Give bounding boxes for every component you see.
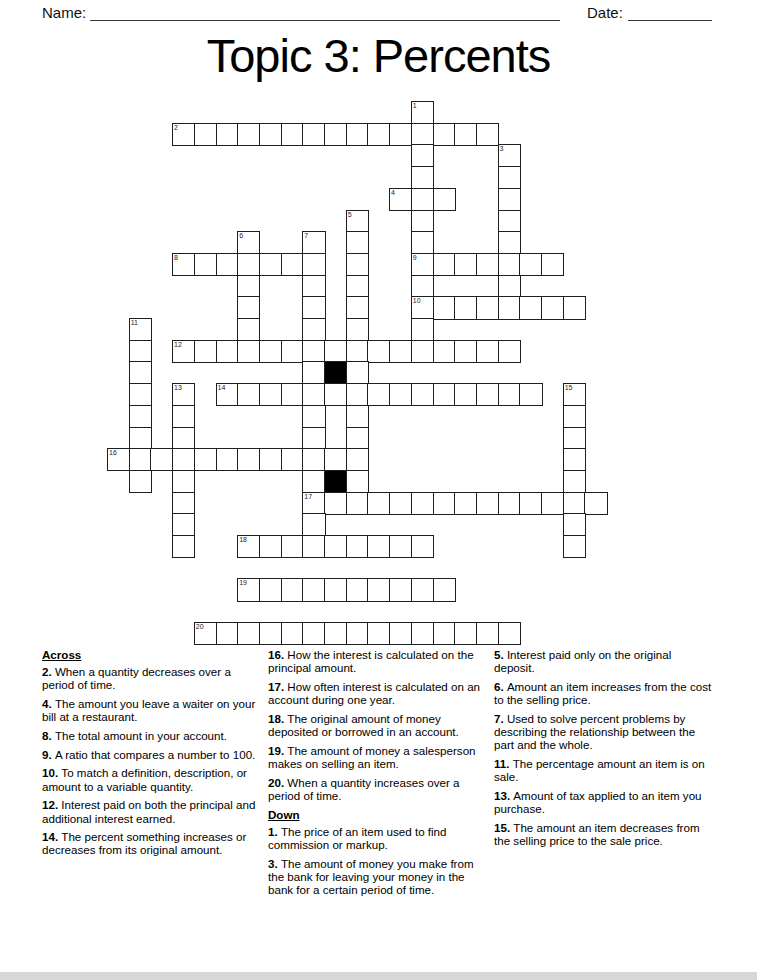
- white-cell[interactable]: [563, 535, 586, 558]
- white-cell[interactable]: [433, 492, 456, 515]
- white-cell[interactable]: [346, 578, 369, 601]
- clue-2: 2. When a quantity decreases over a peri…: [42, 665, 261, 691]
- white-cell[interactable]: [498, 622, 521, 645]
- white-cell[interactable]: [346, 448, 369, 471]
- white-cell[interactable]: [346, 231, 369, 254]
- white-cell[interactable]: [411, 144, 434, 167]
- clue-number: 3: [500, 145, 504, 153]
- white-cell[interactable]: [302, 427, 325, 450]
- white-cell[interactable]: [216, 448, 239, 471]
- white-cell[interactable]: [194, 123, 217, 146]
- clue-number: 2: [174, 124, 178, 132]
- white-cell[interactable]: 9: [411, 253, 434, 276]
- white-cell[interactable]: [454, 340, 477, 363]
- white-cell[interactable]: 12: [172, 340, 195, 363]
- white-cell[interactable]: [389, 123, 412, 146]
- clue-number: 14: [218, 384, 226, 392]
- white-cell[interactable]: [367, 535, 390, 558]
- white-cell[interactable]: [281, 123, 304, 146]
- white-cell[interactable]: [172, 405, 195, 428]
- clue-1: 1. The price of an item used to find com…: [268, 825, 487, 851]
- white-cell[interactable]: [129, 427, 152, 450]
- white-cell[interactable]: [302, 361, 325, 384]
- white-cell[interactable]: [150, 448, 173, 471]
- white-cell[interactable]: [454, 296, 477, 319]
- down-heading: Down: [268, 808, 487, 821]
- white-cell[interactable]: [541, 296, 564, 319]
- white-cell[interactable]: 7: [302, 231, 325, 254]
- white-cell[interactable]: [216, 340, 239, 363]
- clue-column-down: 5. Interest paid only on the original de…: [494, 648, 713, 853]
- white-cell[interactable]: [346, 318, 369, 341]
- clue-7: 7. Used to solve percent problems by des…: [494, 712, 713, 752]
- white-cell[interactable]: [563, 296, 586, 319]
- white-cell[interactable]: [281, 622, 304, 645]
- white-cell[interactable]: [498, 383, 521, 406]
- clue-20: 20. When a quantity increases over a per…: [268, 776, 487, 802]
- white-cell[interactable]: 2: [172, 123, 195, 146]
- white-cell[interactable]: [346, 383, 369, 406]
- white-cell[interactable]: [411, 231, 434, 254]
- clue-14: 14. The percent something increases or d…: [42, 830, 261, 856]
- white-cell[interactable]: [302, 513, 325, 536]
- white-cell[interactable]: [498, 275, 521, 298]
- white-cell[interactable]: [389, 340, 412, 363]
- white-cell[interactable]: [302, 296, 325, 319]
- white-cell[interactable]: [302, 405, 325, 428]
- white-cell[interactable]: [259, 253, 282, 276]
- crossword-grid: 1234567891011121314151617181920: [107, 101, 608, 646]
- clue-11: 11. The percentage amount an item is on …: [494, 757, 713, 783]
- white-cell[interactable]: 5: [346, 210, 369, 233]
- black-cell: [324, 470, 347, 493]
- clue-5: 5. Interest paid only on the original de…: [494, 648, 713, 674]
- white-cell[interactable]: [259, 383, 282, 406]
- name-label: Name:: [42, 4, 86, 21]
- white-cell[interactable]: [411, 275, 434, 298]
- white-cell[interactable]: [454, 123, 477, 146]
- white-cell[interactable]: [259, 340, 282, 363]
- white-cell[interactable]: 20: [194, 622, 217, 645]
- white-cell[interactable]: 6: [237, 231, 260, 254]
- white-cell[interactable]: [346, 253, 369, 276]
- white-cell[interactable]: [194, 340, 217, 363]
- white-cell[interactable]: 14: [216, 383, 239, 406]
- white-cell[interactable]: [237, 296, 260, 319]
- white-cell[interactable]: 16: [107, 448, 130, 471]
- white-cell[interactable]: [454, 383, 477, 406]
- white-cell[interactable]: [302, 622, 325, 645]
- white-cell[interactable]: [237, 253, 260, 276]
- white-cell[interactable]: [346, 361, 369, 384]
- white-cell[interactable]: [346, 275, 369, 298]
- white-cell[interactable]: [172, 470, 195, 493]
- white-cell[interactable]: [411, 535, 434, 558]
- white-cell[interactable]: [433, 340, 456, 363]
- white-cell[interactable]: 4: [389, 188, 412, 211]
- white-cell[interactable]: [411, 492, 434, 515]
- clue-13: 13. Amount of tax applied to an item you…: [494, 789, 713, 815]
- white-cell[interactable]: [302, 275, 325, 298]
- white-cell[interactable]: [389, 492, 412, 515]
- white-cell[interactable]: [476, 340, 499, 363]
- white-cell[interactable]: 17: [302, 492, 325, 515]
- white-cell[interactable]: [172, 448, 195, 471]
- white-cell[interactable]: [411, 578, 434, 601]
- white-cell[interactable]: [519, 383, 542, 406]
- white-cell[interactable]: [584, 492, 607, 515]
- clue-12: 12. Interest paid on both the principal …: [42, 798, 261, 824]
- clue-number: 19: [239, 579, 247, 587]
- clue-9: 9. A ratio that compares a number to 100…: [42, 748, 261, 761]
- white-cell[interactable]: [346, 492, 369, 515]
- white-cell[interactable]: [259, 448, 282, 471]
- white-cell[interactable]: [216, 123, 239, 146]
- white-cell[interactable]: [563, 492, 586, 515]
- clue-4: 4. The amount you leave a waiter on your…: [42, 697, 261, 723]
- clue-number: 13: [174, 384, 182, 392]
- clue-column-middle: 16. How the interest is calculated on th…: [268, 648, 487, 902]
- white-cell[interactable]: [367, 340, 390, 363]
- clue-number: 7: [304, 232, 308, 240]
- white-cell[interactable]: 19: [237, 578, 260, 601]
- clue-number: 6: [239, 232, 243, 240]
- white-cell[interactable]: [324, 492, 347, 515]
- white-cell[interactable]: [541, 253, 564, 276]
- white-cell[interactable]: [194, 448, 217, 471]
- white-cell[interactable]: [541, 492, 564, 515]
- white-cell[interactable]: [281, 340, 304, 363]
- white-cell[interactable]: 10: [411, 296, 434, 319]
- white-cell[interactable]: [346, 123, 369, 146]
- white-cell[interactable]: [389, 622, 412, 645]
- clue-number: 18: [239, 536, 247, 544]
- white-cell[interactable]: [519, 296, 542, 319]
- clue-number: 4: [391, 189, 395, 197]
- white-cell[interactable]: [563, 448, 586, 471]
- white-cell[interactable]: [411, 123, 434, 146]
- white-cell[interactable]: [346, 535, 369, 558]
- white-cell[interactable]: [433, 123, 456, 146]
- white-cell[interactable]: [259, 578, 282, 601]
- white-cell[interactable]: [454, 253, 477, 276]
- clue-column-across: Across2. When a quantity decreases over …: [42, 648, 261, 862]
- clue-number: 11: [131, 319, 138, 327]
- clue-number: 16: [109, 449, 117, 457]
- white-cell[interactable]: [476, 383, 499, 406]
- white-cell[interactable]: [411, 383, 434, 406]
- white-cell[interactable]: [389, 383, 412, 406]
- name-input-line[interactable]: [90, 5, 560, 21]
- white-cell[interactable]: [324, 622, 347, 645]
- white-cell[interactable]: [367, 622, 390, 645]
- white-cell[interactable]: [498, 296, 521, 319]
- clue-number: 15: [565, 384, 573, 392]
- white-cell[interactable]: [563, 405, 586, 428]
- black-cell: [324, 361, 347, 384]
- white-cell[interactable]: [216, 253, 239, 276]
- white-cell[interactable]: [237, 275, 260, 298]
- white-cell[interactable]: [237, 123, 260, 146]
- white-cell[interactable]: [216, 622, 239, 645]
- white-cell[interactable]: [498, 210, 521, 233]
- white-cell[interactable]: [259, 535, 282, 558]
- white-cell[interactable]: [498, 492, 521, 515]
- white-cell[interactable]: [237, 383, 260, 406]
- white-cell[interactable]: [411, 340, 434, 363]
- white-cell[interactable]: [389, 535, 412, 558]
- white-cell[interactable]: 1: [411, 101, 434, 124]
- white-cell[interactable]: [498, 188, 521, 211]
- white-cell[interactable]: [476, 492, 499, 515]
- white-cell[interactable]: [324, 535, 347, 558]
- white-cell[interactable]: [346, 405, 369, 428]
- white-cell[interactable]: [324, 578, 347, 601]
- white-cell[interactable]: [302, 448, 325, 471]
- white-cell[interactable]: [259, 622, 282, 645]
- white-cell[interactable]: [281, 253, 304, 276]
- white-cell[interactable]: [498, 340, 521, 363]
- white-cell[interactable]: [324, 123, 347, 146]
- white-cell[interactable]: [281, 383, 304, 406]
- white-cell[interactable]: [498, 166, 521, 189]
- clue-15: 15. The amount an item decreases from th…: [494, 821, 713, 847]
- white-cell[interactable]: [237, 340, 260, 363]
- white-cell[interactable]: [324, 448, 347, 471]
- white-cell[interactable]: [302, 578, 325, 601]
- white-cell[interactable]: [563, 470, 586, 493]
- white-cell[interactable]: [411, 622, 434, 645]
- clue-number: 5: [348, 211, 352, 219]
- white-cell[interactable]: [433, 383, 456, 406]
- across-heading: Across: [42, 648, 261, 661]
- white-cell[interactable]: [259, 123, 282, 146]
- white-cell[interactable]: [129, 340, 152, 363]
- white-cell[interactable]: [129, 361, 152, 384]
- white-cell[interactable]: [411, 318, 434, 341]
- white-cell[interactable]: [172, 535, 195, 558]
- white-cell[interactable]: [346, 296, 369, 319]
- white-cell[interactable]: [172, 427, 195, 450]
- white-cell[interactable]: [237, 448, 260, 471]
- white-cell[interactable]: [281, 578, 304, 601]
- white-cell[interactable]: [302, 383, 325, 406]
- white-cell[interactable]: [498, 231, 521, 254]
- white-cell[interactable]: [302, 123, 325, 146]
- clue-19: 19. The amount of money a salesperson ma…: [268, 744, 487, 770]
- white-cell[interactable]: [519, 253, 542, 276]
- white-cell[interactable]: [367, 123, 390, 146]
- clue-number: 20: [196, 623, 204, 631]
- white-cell[interactable]: [476, 253, 499, 276]
- white-cell[interactable]: [367, 383, 390, 406]
- white-cell[interactable]: [563, 427, 586, 450]
- white-cell[interactable]: 3: [498, 144, 521, 167]
- white-cell[interactable]: [563, 513, 586, 536]
- white-cell[interactable]: [476, 296, 499, 319]
- white-cell[interactable]: [302, 318, 325, 341]
- date-input-line[interactable]: [628, 5, 712, 21]
- date-label: Date:: [587, 4, 623, 21]
- clue-number: 1: [413, 102, 417, 110]
- white-cell[interactable]: 15: [563, 383, 586, 406]
- white-cell[interactable]: [346, 340, 369, 363]
- white-cell[interactable]: 8: [172, 253, 195, 276]
- white-cell[interactable]: [433, 188, 456, 211]
- white-cell[interactable]: [346, 622, 369, 645]
- clue-number: 10: [413, 297, 421, 305]
- clue-3: 3. The amount of money you make from the…: [268, 857, 487, 897]
- clue-number: 12: [174, 341, 182, 349]
- clue-number: 17: [304, 493, 312, 501]
- white-cell[interactable]: [346, 427, 369, 450]
- white-cell[interactable]: [129, 383, 152, 406]
- white-cell[interactable]: [194, 253, 217, 276]
- page-bottom-edge: [0, 972, 757, 980]
- white-cell[interactable]: [129, 405, 152, 428]
- clue-10: 10. To match a definition, description, …: [42, 766, 261, 792]
- white-cell[interactable]: 13: [172, 383, 195, 406]
- white-cell[interactable]: [237, 318, 260, 341]
- white-cell[interactable]: [433, 578, 456, 601]
- white-cell[interactable]: [302, 470, 325, 493]
- white-cell[interactable]: [433, 622, 456, 645]
- white-cell[interactable]: [411, 210, 434, 233]
- clue-18: 18. The original amount of money deposit…: [268, 712, 487, 738]
- white-cell[interactable]: [367, 578, 390, 601]
- clue-6: 6. Amount an item increases from the cos…: [494, 680, 713, 706]
- white-cell[interactable]: 18: [237, 535, 260, 558]
- white-cell[interactable]: [324, 340, 347, 363]
- white-cell[interactable]: [346, 470, 369, 493]
- white-cell[interactable]: [129, 470, 152, 493]
- white-cell[interactable]: [476, 123, 499, 146]
- clue-8: 8. The total amount in your account.: [42, 729, 261, 742]
- white-cell[interactable]: [302, 253, 325, 276]
- white-cell[interactable]: [129, 448, 152, 471]
- white-cell[interactable]: [302, 340, 325, 363]
- white-cell[interactable]: [281, 535, 304, 558]
- white-cell[interactable]: [519, 492, 542, 515]
- white-cell[interactable]: [302, 535, 325, 558]
- white-cell[interactable]: [433, 253, 456, 276]
- clue-number: 8: [174, 254, 178, 262]
- page-title: Topic 3: Percents: [0, 28, 757, 83]
- white-cell[interactable]: 11: [129, 318, 152, 341]
- worksheet-page: Name: Date: Topic 3: Percents 1234567891…: [0, 0, 757, 980]
- white-cell[interactable]: [367, 492, 390, 515]
- white-cell[interactable]: [324, 383, 347, 406]
- clue-number: 9: [413, 254, 417, 262]
- clue-17: 17. How often interest is calculated on …: [268, 680, 487, 706]
- clue-16: 16. How the interest is calculated on th…: [268, 648, 487, 674]
- white-cell[interactable]: [454, 492, 477, 515]
- white-cell[interactable]: [411, 188, 434, 211]
- white-cell[interactable]: [172, 513, 195, 536]
- white-cell[interactable]: [389, 578, 412, 601]
- white-cell[interactable]: [172, 492, 195, 515]
- white-cell[interactable]: [476, 622, 499, 645]
- white-cell[interactable]: [454, 622, 477, 645]
- white-cell[interactable]: [281, 448, 304, 471]
- white-cell[interactable]: [237, 622, 260, 645]
- white-cell[interactable]: [498, 253, 521, 276]
- white-cell[interactable]: [433, 296, 456, 319]
- white-cell[interactable]: [411, 166, 434, 189]
